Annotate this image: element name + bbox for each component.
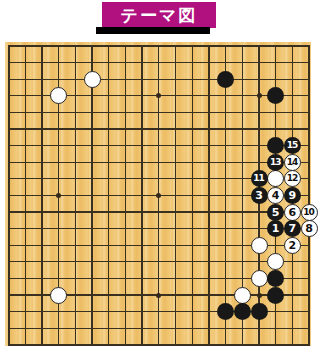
star-point xyxy=(257,93,262,98)
grid-line-vertical xyxy=(192,45,193,346)
black-stone xyxy=(267,87,284,104)
black-stone xyxy=(217,71,234,88)
move-7-stone: 7 xyxy=(284,220,301,237)
move-number-label: 9 xyxy=(289,190,297,201)
black-stone xyxy=(234,303,251,320)
white-stone xyxy=(267,253,284,270)
go-theme-diagram-page: { "title": { "text": "テーマ図", "bg_color":… xyxy=(0,0,318,346)
move-number-label: 6 xyxy=(289,207,297,218)
grid-line-vertical xyxy=(308,45,310,346)
white-stone xyxy=(50,287,67,304)
move-5-stone: 5 xyxy=(267,204,284,221)
move-number-label: 2 xyxy=(289,240,297,251)
move-8-stone: 8 xyxy=(301,220,318,237)
grid-line-horizontal xyxy=(8,228,311,229)
star-point xyxy=(257,293,262,298)
theme-title-text: テーマ図 xyxy=(121,4,198,27)
move-2-stone: 2 xyxy=(284,237,301,254)
grid-line-horizontal xyxy=(8,344,311,346)
grid-line-vertical xyxy=(175,45,176,346)
move-number-label: 15 xyxy=(287,141,298,150)
grid-line-horizontal xyxy=(8,328,311,329)
white-stone xyxy=(251,237,268,254)
move-number-label: 7 xyxy=(289,223,297,234)
move-10-stone: 10 xyxy=(301,204,318,221)
move-15-stone: 15 xyxy=(284,137,301,154)
move-number-label: 1 xyxy=(272,223,280,234)
move-1-stone: 1 xyxy=(267,220,284,237)
white-stone xyxy=(234,287,251,304)
move-12-stone: 12 xyxy=(284,170,301,187)
move-number-label: 14 xyxy=(287,158,298,167)
move-13-stone: 13 xyxy=(267,154,284,171)
black-stone xyxy=(267,287,284,304)
star-point xyxy=(156,293,161,298)
black-stone xyxy=(251,303,268,320)
theme-title-banner: テーマ図 xyxy=(102,2,216,28)
star-point xyxy=(156,193,161,198)
move-number-label: 3 xyxy=(255,190,263,201)
move-9-stone: 9 xyxy=(284,187,301,204)
star-point xyxy=(156,93,161,98)
move-number-label: 11 xyxy=(253,174,264,183)
move-3-stone: 3 xyxy=(251,187,268,204)
move-number-label: 4 xyxy=(272,190,280,201)
white-stone xyxy=(251,270,268,287)
move-4-stone: 4 xyxy=(267,187,284,204)
black-stone xyxy=(267,137,284,154)
move-number-label: 8 xyxy=(305,223,313,234)
go-board: 123456789101112131415 xyxy=(5,42,311,346)
white-stone xyxy=(84,71,101,88)
move-14-stone: 14 xyxy=(284,154,301,171)
white-stone xyxy=(50,87,67,104)
grid-line-vertical xyxy=(208,45,209,346)
move-number-label: 5 xyxy=(272,207,280,218)
star-point xyxy=(56,193,61,198)
move-number-label: 13 xyxy=(270,158,281,167)
black-stone xyxy=(217,303,234,320)
grid-line-horizontal xyxy=(8,261,311,262)
move-number-label: 12 xyxy=(287,174,298,183)
white-stone xyxy=(267,170,284,187)
move-number-label: 10 xyxy=(303,208,314,217)
grid-line-vertical xyxy=(225,45,226,346)
grid-line-horizontal xyxy=(8,211,311,212)
black-stone xyxy=(267,270,284,287)
move-6-stone: 6 xyxy=(284,204,301,221)
move-11-stone: 11 xyxy=(251,170,268,187)
